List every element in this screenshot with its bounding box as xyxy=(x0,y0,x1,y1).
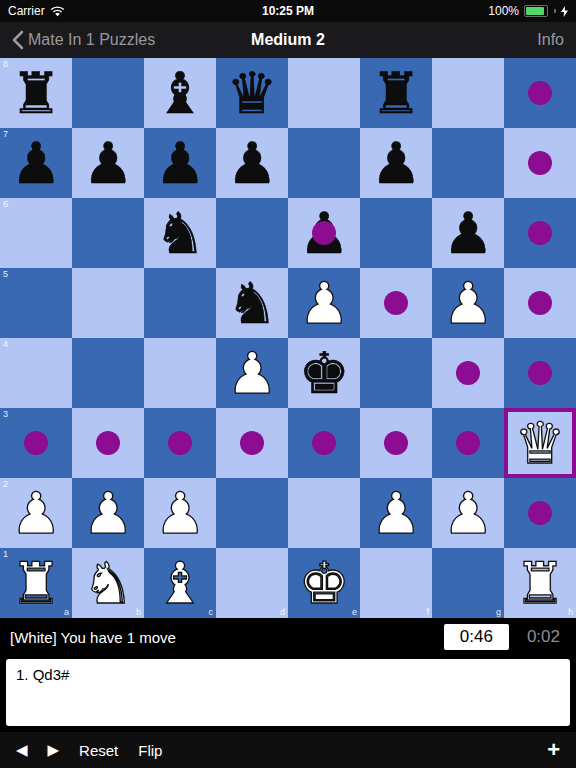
black-rook[interactable]: ♜ xyxy=(0,58,72,128)
square-a7[interactable]: ♟7 xyxy=(0,128,72,198)
square-a5[interactable]: 5 xyxy=(0,268,72,338)
info-button[interactable]: Info xyxy=(537,31,564,49)
rank-coordinate-label: 7 xyxy=(3,129,8,139)
square-a4[interactable]: 4 xyxy=(0,338,72,408)
legal-move-dot[interactable] xyxy=(528,151,552,175)
square-b1[interactable]: ♞b xyxy=(72,548,144,618)
square-b3[interactable] xyxy=(72,408,144,478)
white-bishop[interactable]: ♝ xyxy=(144,548,216,618)
legal-move-dot[interactable] xyxy=(528,221,552,245)
square-h1[interactable]: ♜h xyxy=(504,548,576,618)
battery-icon xyxy=(524,5,548,17)
square-h2[interactable] xyxy=(504,478,576,548)
info-button-label: Info xyxy=(537,31,564,49)
rank-coordinate-label: 4 xyxy=(3,339,8,349)
square-g2[interactable]: ♟ xyxy=(432,478,504,548)
rank-coordinate-label: 3 xyxy=(3,409,8,419)
white-rook[interactable]: ♜ xyxy=(0,548,72,618)
square-e7[interactable] xyxy=(288,128,360,198)
square-f6[interactable] xyxy=(360,198,432,268)
square-d7[interactable]: ♟ xyxy=(216,128,288,198)
square-h7[interactable] xyxy=(504,128,576,198)
white-pawn[interactable]: ♟ xyxy=(360,478,432,548)
rank-coordinate-label: 2 xyxy=(3,479,8,489)
white-pawn[interactable]: ♟ xyxy=(72,478,144,548)
legal-move-dot[interactable] xyxy=(456,431,480,455)
legal-move-dot[interactable] xyxy=(312,431,336,455)
wifi-icon xyxy=(50,6,65,17)
square-g4[interactable] xyxy=(432,338,504,408)
square-a1[interactable]: ♜1a xyxy=(0,548,72,618)
square-a8[interactable]: ♜8 xyxy=(0,58,72,128)
back-chevron-icon xyxy=(12,30,24,50)
square-a6[interactable]: 6 xyxy=(0,198,72,268)
bottom-toolbar: ◀ ▶ Reset Flip + xyxy=(0,732,576,768)
back-button[interactable]: Mate In 1 Puzzles xyxy=(12,30,155,50)
square-b8[interactable] xyxy=(72,58,144,128)
square-g8[interactable] xyxy=(432,58,504,128)
square-b5[interactable] xyxy=(72,268,144,338)
file-coordinate-label: d xyxy=(280,607,285,617)
square-f5[interactable] xyxy=(360,268,432,338)
legal-move-dot[interactable] xyxy=(528,291,552,315)
square-c3[interactable] xyxy=(144,408,216,478)
square-b2[interactable]: ♟ xyxy=(72,478,144,548)
square-h5[interactable] xyxy=(504,268,576,338)
black-pawn[interactable]: ♟ xyxy=(144,128,216,198)
battery-percent-label: 100% xyxy=(488,4,519,18)
square-d5[interactable]: ♞ xyxy=(216,268,288,338)
white-pawn[interactable]: ♟ xyxy=(0,478,72,548)
file-coordinate-label: c xyxy=(209,607,214,617)
add-button[interactable]: + xyxy=(547,739,560,761)
square-b4[interactable] xyxy=(72,338,144,408)
nav-bar: Mate In 1 Puzzles Medium 2 Info xyxy=(0,22,576,58)
square-c4[interactable] xyxy=(144,338,216,408)
move-list-area: 1. Qd3# xyxy=(0,656,576,732)
square-h8[interactable] xyxy=(504,58,576,128)
legal-move-dot[interactable] xyxy=(240,431,264,455)
charging-bolt-icon xyxy=(561,6,568,17)
flip-button[interactable]: Flip xyxy=(138,742,162,759)
black-pawn[interactable]: ♟ xyxy=(432,198,504,268)
square-b7[interactable]: ♟ xyxy=(72,128,144,198)
square-f3[interactable] xyxy=(360,408,432,478)
turn-message: [White] You have 1 move xyxy=(10,629,432,646)
square-c7[interactable]: ♟ xyxy=(144,128,216,198)
legal-move-dot[interactable] xyxy=(456,361,480,385)
square-b6[interactable] xyxy=(72,198,144,268)
square-g3[interactable] xyxy=(432,408,504,478)
black-clock: 0:02 xyxy=(521,624,566,650)
square-g1[interactable]: g xyxy=(432,548,504,618)
next-move-button[interactable]: ▶ xyxy=(48,741,60,759)
rank-coordinate-label: 5 xyxy=(3,269,8,279)
legal-move-dot[interactable] xyxy=(96,431,120,455)
white-pawn[interactable]: ♟ xyxy=(216,338,288,408)
square-f4[interactable] xyxy=(360,338,432,408)
reset-button[interactable]: Reset xyxy=(79,742,118,759)
white-pawn[interactable]: ♟ xyxy=(144,478,216,548)
white-king[interactable]: ♚ xyxy=(288,548,360,618)
black-pawn[interactable]: ♟ xyxy=(360,128,432,198)
legal-move-dot[interactable] xyxy=(528,501,552,525)
file-coordinate-label: e xyxy=(352,607,357,617)
square-c6[interactable]: ♞ xyxy=(144,198,216,268)
square-e4[interactable]: ♚ xyxy=(288,338,360,408)
square-d6[interactable] xyxy=(216,198,288,268)
white-pawn[interactable]: ♟ xyxy=(432,478,504,548)
black-rook[interactable]: ♜ xyxy=(360,58,432,128)
rank-coordinate-label: 8 xyxy=(3,59,8,69)
square-h3[interactable]: ♛ xyxy=(504,408,576,478)
move-list[interactable]: 1. Qd3# xyxy=(6,659,570,726)
carrier-label: Carrier xyxy=(8,4,45,18)
status-bar: Carrier 10:25 PM 100% xyxy=(0,0,576,22)
square-d1[interactable]: d xyxy=(216,548,288,618)
legal-move-dot[interactable] xyxy=(384,431,408,455)
square-c1[interactable]: ♝c xyxy=(144,548,216,618)
white-rook[interactable]: ♜ xyxy=(504,548,576,618)
square-e5[interactable]: ♟ xyxy=(288,268,360,338)
square-e3[interactable] xyxy=(288,408,360,478)
square-c8[interactable]: ♝ xyxy=(144,58,216,128)
square-f1[interactable]: f xyxy=(360,548,432,618)
file-coordinate-label: b xyxy=(136,607,141,617)
square-g7[interactable] xyxy=(432,128,504,198)
legal-move-dot[interactable] xyxy=(528,81,552,105)
square-c5[interactable] xyxy=(144,268,216,338)
white-pawn[interactable]: ♟ xyxy=(432,268,504,338)
white-queen[interactable]: ♛ xyxy=(504,408,576,478)
battery-cap xyxy=(554,9,556,13)
square-d4[interactable]: ♟ xyxy=(216,338,288,408)
square-e1[interactable]: ♚e xyxy=(288,548,360,618)
square-h6[interactable] xyxy=(504,198,576,268)
back-button-label: Mate In 1 Puzzles xyxy=(28,31,155,49)
black-king[interactable]: ♚ xyxy=(288,338,360,408)
game-status-strip: [White] You have 1 move 0:46 0:02 xyxy=(0,618,576,656)
square-g5[interactable]: ♟ xyxy=(432,268,504,338)
square-e2[interactable] xyxy=(288,478,360,548)
rank-coordinate-label: 1 xyxy=(3,549,8,559)
square-f7[interactable]: ♟ xyxy=(360,128,432,198)
black-pawn[interactable]: ♟ xyxy=(216,128,288,198)
file-coordinate-label: h xyxy=(568,607,573,617)
square-h4[interactable] xyxy=(504,338,576,408)
square-g6[interactable]: ♟ xyxy=(432,198,504,268)
black-bishop[interactable]: ♝ xyxy=(144,58,216,128)
rank-coordinate-label: 6 xyxy=(3,199,8,209)
legal-move-dot[interactable] xyxy=(312,221,336,245)
square-a2[interactable]: ♟2 xyxy=(0,478,72,548)
legal-move-dot[interactable] xyxy=(384,291,408,315)
square-e8[interactable] xyxy=(288,58,360,128)
white-pawn[interactable]: ♟ xyxy=(288,268,360,338)
file-coordinate-label: f xyxy=(426,607,429,617)
legal-move-dot[interactable] xyxy=(24,431,48,455)
square-d3[interactable] xyxy=(216,408,288,478)
black-pawn[interactable]: ♟ xyxy=(72,128,144,198)
legal-move-dot[interactable] xyxy=(168,431,192,455)
legal-move-dot[interactable] xyxy=(528,361,552,385)
black-knight[interactable]: ♞ xyxy=(216,268,288,338)
square-d8[interactable]: ♛ xyxy=(216,58,288,128)
file-coordinate-label: a xyxy=(64,607,69,617)
file-coordinate-label: g xyxy=(496,607,501,617)
square-e6[interactable]: ♟ xyxy=(288,198,360,268)
white-knight[interactable]: ♞ xyxy=(72,548,144,618)
chess-board: ♜8♝♛♜♟7♟♟♟♟6♞♟♟5♞♟♟4♟♚3♛♟2♟♟♟♟♜1a♞b♝cd♚e… xyxy=(0,58,576,618)
app-screen: Carrier 10:25 PM 100% Mate In 1 Puzzles … xyxy=(0,0,576,768)
black-queen[interactable]: ♛ xyxy=(216,58,288,128)
square-f8[interactable]: ♜ xyxy=(360,58,432,128)
black-pawn[interactable]: ♟ xyxy=(0,128,72,198)
prev-move-button[interactable]: ◀ xyxy=(16,741,28,759)
white-clock: 0:46 xyxy=(444,624,509,650)
black-knight[interactable]: ♞ xyxy=(144,198,216,268)
square-c2[interactable]: ♟ xyxy=(144,478,216,548)
square-d2[interactable] xyxy=(216,478,288,548)
square-a3[interactable]: 3 xyxy=(0,408,72,478)
square-f2[interactable]: ♟ xyxy=(360,478,432,548)
